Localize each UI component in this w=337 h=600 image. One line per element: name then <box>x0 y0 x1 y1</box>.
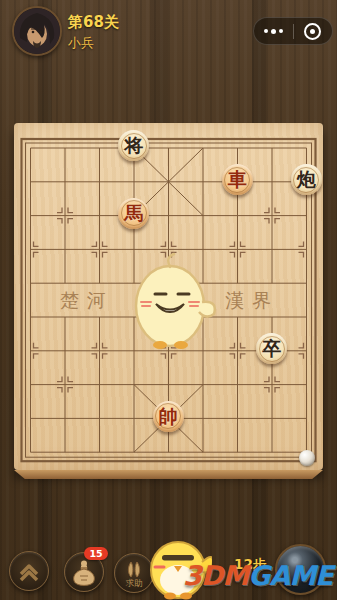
xiangqi-level-screen: 第68关 小兵 <box>0 0 337 600</box>
board-bevel-edge <box>14 470 323 479</box>
rank-label: 小兵 <box>68 34 94 52</box>
avatar-portrait <box>14 8 60 54</box>
board-grid: 将車炮馬卒帥 <box>13 131 324 469</box>
more-dots-icon <box>264 29 283 34</box>
watermark-game: GAME <box>248 560 332 591</box>
site-watermark: 3DMGAME <box>183 560 332 591</box>
piece-red-chariot[interactable]: 車 <box>222 164 253 195</box>
board-corner-pearl-button[interactable] <box>299 450 315 466</box>
player-avatar[interactable] <box>12 6 62 56</box>
wechat-capsule <box>253 17 333 45</box>
piece-black-cannon[interactable]: 炮 <box>291 164 322 195</box>
more-button[interactable] <box>254 18 293 44</box>
piece-glyph: 馬 <box>124 204 143 223</box>
piece-glyph: 卒 <box>262 339 281 358</box>
collapse-menu-button[interactable] <box>9 551 49 591</box>
piece-red-horse[interactable]: 馬 <box>118 198 149 229</box>
piece-red-general[interactable]: 帥 <box>153 401 184 432</box>
chevron-up-icon <box>10 552 48 590</box>
piece-glyph: 帥 <box>159 407 178 426</box>
close-button[interactable] <box>294 18 333 44</box>
target-circle-icon <box>304 23 321 40</box>
piece-glyph: 炮 <box>297 170 316 189</box>
piece-glyph: 将 <box>124 136 143 155</box>
level-title: 第68关 <box>68 13 119 32</box>
piece-black-general[interactable]: 将 <box>118 130 149 161</box>
hint-count-badge: 15 <box>84 547 108 560</box>
piece-glyph: 車 <box>228 170 247 189</box>
help-label: 求助 <box>126 578 143 588</box>
watermark-3dm: 3DM <box>183 560 248 591</box>
piece-black-soldier[interactable]: 卒 <box>256 333 287 364</box>
